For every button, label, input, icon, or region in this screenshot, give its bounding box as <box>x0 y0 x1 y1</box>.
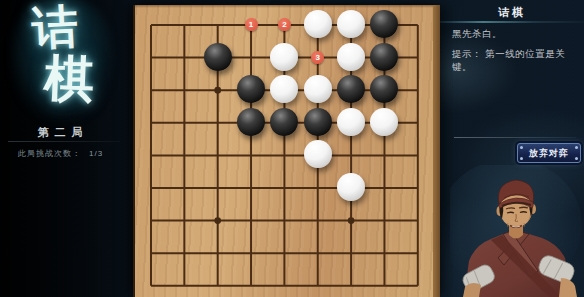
white-stone <box>337 173 365 201</box>
black-stone <box>270 108 298 136</box>
white-stone <box>304 10 332 38</box>
move-marker-3: 3 <box>311 51 324 64</box>
panel-title: 诘棋 <box>440 5 584 20</box>
npc-eye-left <box>507 212 514 213</box>
black-stone <box>237 108 265 136</box>
move-marker-2: 2 <box>278 18 291 31</box>
black-stone <box>370 43 398 71</box>
attempts-value: 1/3 <box>89 149 103 158</box>
objective-text: 黑先杀白。 <box>452 28 502 41</box>
npc-eye-right <box>520 212 527 213</box>
button-divider <box>454 137 576 138</box>
forfeit-game-button[interactable]: 放弃对弈 <box>517 143 581 163</box>
go-board[interactable]: 123 <box>133 5 440 297</box>
white-stone <box>337 10 365 38</box>
npc-brow-right <box>519 207 528 208</box>
hint-text: 提示： 第一线的位置是关键。 <box>452 48 584 74</box>
calligraphy-char-jie: 诘 <box>31 3 79 51</box>
black-stone <box>304 108 332 136</box>
calligraphy-char-qi: 棋 <box>43 53 95 105</box>
title-divider <box>440 21 584 23</box>
white-stone <box>304 140 332 168</box>
npc-portrait <box>450 165 584 297</box>
attempts-row: 此局挑战次数：1/3 <box>18 148 103 159</box>
round-label: 第二局 <box>0 125 120 140</box>
game-screen: 诘 棋 第二局 此局挑战次数：1/3 123 诘棋 黑先杀白。 提示： 第一线的… <box>0 0 584 297</box>
white-stone <box>337 43 365 71</box>
right-forearm <box>559 278 577 297</box>
move-marker-1: 1 <box>245 18 258 31</box>
white-stone <box>304 75 332 103</box>
puzzle-left-panel: 诘 棋 第二局 此局挑战次数：1/3 <box>0 0 133 297</box>
white-stone <box>337 108 365 136</box>
white-stone <box>270 43 298 71</box>
left-panel-divider <box>8 141 120 142</box>
attempts-label: 此局挑战次数： <box>18 149 81 158</box>
puzzle-calligraphy-title: 诘 棋 <box>4 0 120 126</box>
black-stone <box>204 43 232 71</box>
